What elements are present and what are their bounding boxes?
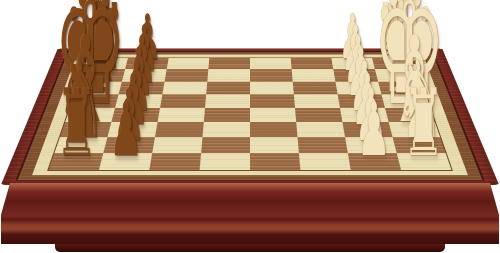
piece-white-bishop: ♝: [384, 21, 443, 140]
piece-white-rook: ♜: [401, 77, 447, 170]
piece-black-pawn: ♟: [119, 53, 153, 121]
piece-black-pawn: ♟: [111, 79, 147, 151]
piece-black-pawn: ♟: [132, 7, 163, 68]
piece-white-queen: ♛: [370, 0, 441, 113]
piece-white-pawn: ♟: [356, 94, 393, 168]
piece-black-pawn: ♟: [129, 18, 160, 81]
pieces-layer: ♜♟♟♜♞♟♟♞♝♟♟♝♛♟♟♛♚♟♟♚♝♟♟♝♞♟♟♞♜♟♟♜: [0, 0, 500, 253]
piece-black-knight: ♞: [79, 0, 126, 83]
piece-white-pawn: ♟: [342, 29, 374, 94]
piece-white-knight: ♞: [374, 0, 421, 83]
piece-black-rook: ♜: [87, 0, 125, 70]
piece-white-pawn: ♟: [340, 18, 371, 81]
piece-black-king: ♚: [49, 0, 131, 129]
piece-white-pawn: ♟: [347, 53, 381, 121]
piece-black-pawn: ♟: [122, 40, 155, 106]
piece-black-knight: ♞: [54, 46, 108, 154]
piece-black-pawn: ♟: [115, 66, 150, 136]
piece-black-rook: ♜: [53, 77, 99, 170]
piece-black-bishop: ♝: [71, 0, 126, 97]
piece-black-pawn: ♟: [126, 29, 158, 94]
piece-white-pawn: ♟: [344, 40, 377, 106]
piece-white-knight: ♞: [392, 46, 446, 154]
chess-set-photo: ♜♟♟♜♞♟♟♞♝♟♟♝♛♟♟♛♚♟♟♚♝♟♟♝♞♟♟♞♜♟♟♜: [0, 0, 500, 253]
piece-white-rook: ♜: [375, 0, 413, 70]
piece-black-bishop: ♝: [56, 21, 115, 140]
piece-white-king: ♚: [369, 0, 451, 129]
piece-white-bishop: ♝: [374, 0, 429, 97]
piece-black-pawn: ♟: [107, 94, 144, 168]
piece-white-pawn: ♟: [353, 79, 389, 151]
piece-white-pawn: ♟: [338, 7, 369, 68]
piece-black-queen: ♛: [59, 0, 130, 113]
piece-white-pawn: ♟: [350, 66, 385, 136]
